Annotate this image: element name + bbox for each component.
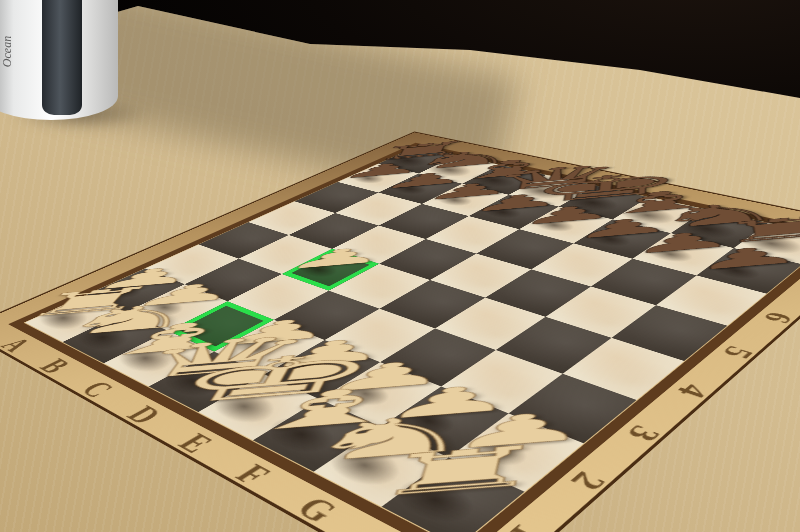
mug-stripe (42, 0, 82, 115)
pieces-layer: ♜♞♝♛♚♝♞♜♟♟♟♟♟♟♟♟♟♟♟♟♟♟♟♟♜♞♝♛♚♝♞♜ (405, 41, 800, 176)
coffee-mug: Ocean (0, 0, 118, 120)
chess-scene: ABCDEFGH12345678 ♜♞♝♛♚♝♞♜♟♟♟♟♟♟♟♟♟♟♟♟♟♟♟… (0, 0, 800, 532)
mug-brand-text: Ocean (0, 17, 15, 87)
